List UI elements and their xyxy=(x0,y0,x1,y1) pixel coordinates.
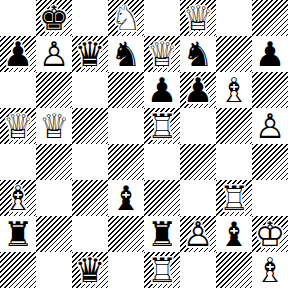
square-g7[interactable] xyxy=(216,36,252,72)
square-a1[interactable] xyxy=(0,252,36,288)
square-d8[interactable]: ♞♘ xyxy=(108,0,144,36)
square-d3[interactable]: ♝♝ xyxy=(108,180,144,216)
piece-white-knight[interactable]: ♘ xyxy=(108,0,144,36)
square-b1[interactable] xyxy=(36,252,72,288)
square-c4[interactable] xyxy=(72,144,108,180)
square-e6[interactable]: ♟♟ xyxy=(144,72,180,108)
square-e7[interactable]: ♛♕ xyxy=(144,36,180,72)
square-d5[interactable] xyxy=(108,108,144,144)
square-c3[interactable] xyxy=(72,180,108,216)
piece-white-bishop[interactable]: ♗ xyxy=(216,72,252,108)
square-c2[interactable] xyxy=(72,216,108,252)
piece-white-bishop[interactable]: ♗ xyxy=(252,252,288,288)
square-b3[interactable] xyxy=(36,180,72,216)
square-a5[interactable]: ♛♕ xyxy=(0,108,36,144)
piece-white-queen[interactable]: ♕ xyxy=(144,36,180,72)
piece-white-queen[interactable]: ♕ xyxy=(36,108,72,144)
square-c6[interactable] xyxy=(72,72,108,108)
square-e5[interactable]: ♜♖ xyxy=(144,108,180,144)
square-f3[interactable] xyxy=(180,180,216,216)
piece-white-bishop[interactable]: ♗ xyxy=(0,180,36,216)
square-d6[interactable] xyxy=(108,72,144,108)
piece-white-pawn[interactable]: ♙ xyxy=(180,216,216,252)
square-g1[interactable] xyxy=(216,252,252,288)
square-g5[interactable] xyxy=(216,108,252,144)
square-g8[interactable] xyxy=(216,0,252,36)
square-a3[interactable]: ♝♗ xyxy=(0,180,36,216)
piece-white-rook[interactable]: ♖ xyxy=(144,252,180,288)
square-a4[interactable] xyxy=(0,144,36,180)
square-f4[interactable] xyxy=(180,144,216,180)
square-f7[interactable]: ♞♞ xyxy=(180,36,216,72)
square-h1[interactable]: ♝♗ xyxy=(252,252,288,288)
square-h4[interactable] xyxy=(252,144,288,180)
piece-black-knight[interactable]: ♞ xyxy=(108,36,144,72)
square-h8[interactable] xyxy=(252,0,288,36)
square-g3[interactable]: ♜♖ xyxy=(216,180,252,216)
square-a6[interactable] xyxy=(0,72,36,108)
piece-white-pawn[interactable]: ♙ xyxy=(252,108,288,144)
square-d1[interactable] xyxy=(108,252,144,288)
square-g4[interactable] xyxy=(216,144,252,180)
square-e4[interactable] xyxy=(144,144,180,180)
square-b8[interactable]: ♚♚ xyxy=(36,0,72,36)
piece-black-rook[interactable]: ♜ xyxy=(0,216,36,252)
square-h7[interactable]: ♟♟ xyxy=(252,36,288,72)
piece-black-pawn[interactable]: ♟ xyxy=(144,72,180,108)
piece-black-queen[interactable]: ♛ xyxy=(72,36,108,72)
square-e2[interactable]: ♜♜ xyxy=(144,216,180,252)
square-c1[interactable]: ♛♛ xyxy=(72,252,108,288)
square-f6[interactable]: ♟♟ xyxy=(180,72,216,108)
piece-white-rook[interactable]: ♖ xyxy=(216,180,252,216)
chess-board: ♚♚♞♘♛♕♟♟♟♙♛♛♞♞♛♕♞♞♟♟♟♟♟♟♝♗♛♕♛♕♜♖♟♙♝♗♝♝♜♖… xyxy=(0,0,288,288)
square-c5[interactable] xyxy=(72,108,108,144)
piece-black-queen[interactable]: ♛ xyxy=(72,252,108,288)
square-h2[interactable]: ♚♔ xyxy=(252,216,288,252)
square-g2[interactable]: ♝♝ xyxy=(216,216,252,252)
square-b4[interactable] xyxy=(36,144,72,180)
piece-black-pawn[interactable]: ♟ xyxy=(0,36,36,72)
square-c7[interactable]: ♛♛ xyxy=(72,36,108,72)
piece-black-pawn[interactable]: ♟ xyxy=(180,72,216,108)
square-h5[interactable]: ♟♙ xyxy=(252,108,288,144)
square-b2[interactable] xyxy=(36,216,72,252)
piece-black-bishop[interactable]: ♝ xyxy=(216,216,252,252)
square-c8[interactable] xyxy=(72,0,108,36)
square-d2[interactable] xyxy=(108,216,144,252)
piece-white-queen[interactable]: ♕ xyxy=(180,0,216,36)
piece-black-rook[interactable]: ♜ xyxy=(144,216,180,252)
piece-white-rook[interactable]: ♖ xyxy=(144,108,180,144)
square-h3[interactable] xyxy=(252,180,288,216)
square-f2[interactable]: ♟♙ xyxy=(180,216,216,252)
square-a7[interactable]: ♟♟ xyxy=(0,36,36,72)
piece-black-king[interactable]: ♚ xyxy=(36,0,72,36)
square-e1[interactable]: ♜♖ xyxy=(144,252,180,288)
square-b7[interactable]: ♟♙ xyxy=(36,36,72,72)
square-a8[interactable] xyxy=(0,0,36,36)
square-e3[interactable] xyxy=(144,180,180,216)
square-d7[interactable]: ♞♞ xyxy=(108,36,144,72)
piece-white-king[interactable]: ♔ xyxy=(252,216,288,252)
square-d4[interactable] xyxy=(108,144,144,180)
piece-black-knight[interactable]: ♞ xyxy=(180,36,216,72)
square-a2[interactable]: ♜♜ xyxy=(0,216,36,252)
square-e8[interactable] xyxy=(144,0,180,36)
piece-white-queen[interactable]: ♕ xyxy=(0,108,36,144)
piece-black-bishop[interactable]: ♝ xyxy=(108,180,144,216)
square-b6[interactable] xyxy=(36,72,72,108)
square-b5[interactable]: ♛♕ xyxy=(36,108,72,144)
piece-white-pawn[interactable]: ♙ xyxy=(36,36,72,72)
square-f1[interactable] xyxy=(180,252,216,288)
square-g6[interactable]: ♝♗ xyxy=(216,72,252,108)
square-h6[interactable] xyxy=(252,72,288,108)
square-f5[interactable] xyxy=(180,108,216,144)
piece-black-pawn[interactable]: ♟ xyxy=(252,36,288,72)
square-f8[interactable]: ♛♕ xyxy=(180,0,216,36)
